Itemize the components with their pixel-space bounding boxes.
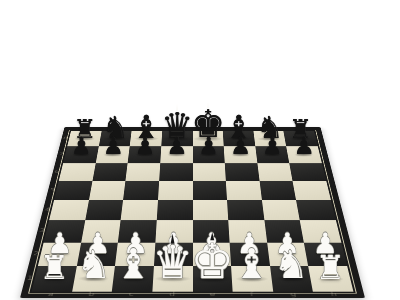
black-pawn-g7[interactable]: ♟ xyxy=(262,134,283,158)
piece-glyph: ♛ xyxy=(152,239,193,285)
black-pawn-e7[interactable]: ♟ xyxy=(198,134,219,158)
white-rook-h1[interactable]: ♜ xyxy=(316,250,346,283)
chess-photo-scene: 12345678abcdefgh ♜♞♝♛♚♝♞♜♟♟♟♟♟♟♟♟♟♟♟♟♟♟♟… xyxy=(0,0,400,300)
black-pawn-f7[interactable]: ♟ xyxy=(230,134,251,158)
piece-glyph: ♟ xyxy=(198,134,219,158)
piece-glyph: ♟ xyxy=(293,134,314,158)
piece-glyph: ♟ xyxy=(262,134,283,158)
black-pawn-b7[interactable]: ♟ xyxy=(102,134,123,158)
white-bishop-c1[interactable]: ♝ xyxy=(115,244,152,285)
white-finial-tip xyxy=(207,102,209,108)
piece-glyph: ♟ xyxy=(166,134,187,158)
black-finial-tip xyxy=(171,233,175,243)
white-knight-b1[interactable]: ♞ xyxy=(77,245,112,284)
piece-glyph: ♝ xyxy=(115,244,152,285)
black-pawn-c7[interactable]: ♟ xyxy=(134,134,155,158)
black-pawn-d7[interactable]: ♟ xyxy=(166,134,187,158)
piece-glyph: ♜ xyxy=(40,250,70,283)
piece-glyph: ♞ xyxy=(77,245,112,284)
white-finial-tip xyxy=(176,103,178,111)
pieces-layer: ♜♞♝♛♚♝♞♜♟♟♟♟♟♟♟♟♟♟♟♟♟♟♟♟♜♞♝♛♚♝♞♜ xyxy=(0,0,400,300)
white-queen-d1[interactable]: ♛ xyxy=(152,239,193,285)
black-finial-tip xyxy=(210,232,214,240)
piece-glyph: ♟ xyxy=(71,134,92,158)
piece-glyph: ♟ xyxy=(102,134,123,158)
white-knight-g1[interactable]: ♞ xyxy=(274,245,309,284)
white-king-e1[interactable]: ♚ xyxy=(190,237,234,286)
white-bishop-f1[interactable]: ♝ xyxy=(233,244,270,285)
black-pawn-a7[interactable]: ♟ xyxy=(71,134,92,158)
piece-glyph: ♟ xyxy=(230,134,251,158)
piece-glyph: ♚ xyxy=(190,237,234,286)
piece-glyph: ♟ xyxy=(134,134,155,158)
piece-glyph: ♝ xyxy=(233,244,270,285)
black-pawn-h7[interactable]: ♟ xyxy=(293,134,314,158)
piece-glyph: ♞ xyxy=(274,245,309,284)
white-rook-a1[interactable]: ♜ xyxy=(40,250,70,283)
piece-glyph: ♜ xyxy=(316,250,346,283)
